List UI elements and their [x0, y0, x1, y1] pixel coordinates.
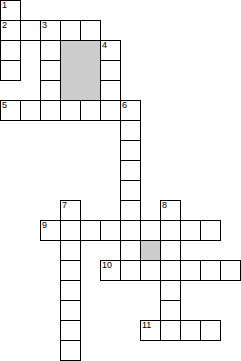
grid-cell[interactable]: [100, 100, 121, 121]
grid-cell[interactable]: [40, 80, 61, 101]
grid-cell[interactable]: [160, 300, 181, 321]
grid-cell[interactable]: [60, 340, 81, 361]
grid-cell[interactable]: [120, 100, 141, 121]
grid-cell[interactable]: [180, 220, 201, 241]
grid-cell[interactable]: [80, 100, 101, 121]
grid-cell[interactable]: [80, 20, 101, 41]
grid-cell[interactable]: [160, 280, 181, 301]
grid-cell[interactable]: [0, 100, 21, 121]
grid-cell[interactable]: [100, 260, 121, 281]
grid-cell[interactable]: [60, 20, 81, 41]
grid-cell[interactable]: [100, 60, 121, 81]
grid-cell[interactable]: [60, 320, 81, 341]
grid-cell[interactable]: [20, 20, 41, 41]
grid-cell[interactable]: [200, 320, 221, 341]
grid-cell[interactable]: [120, 260, 141, 281]
grid-cell[interactable]: [120, 140, 141, 161]
grid-cell[interactable]: [40, 100, 61, 121]
grid-cell[interactable]: [200, 260, 221, 281]
grid-cell[interactable]: [120, 160, 141, 181]
grid-cell[interactable]: [120, 120, 141, 141]
grid-cell[interactable]: [40, 60, 61, 81]
grid-cell[interactable]: [60, 260, 81, 281]
crossword-puzzle-page: 1234567891011: [0, 0, 241, 361]
grid-cell[interactable]: [180, 260, 201, 281]
grid-cell[interactable]: [100, 80, 121, 101]
grid-cell[interactable]: [60, 100, 81, 121]
grid-cell[interactable]: [120, 220, 141, 241]
blocked-region: [140, 240, 161, 261]
grid-cell[interactable]: [140, 220, 161, 241]
crossword-board: 1234567891011: [0, 0, 241, 361]
grid-cell[interactable]: [40, 40, 61, 61]
grid-cell[interactable]: [60, 220, 81, 241]
grid-cell[interactable]: [20, 100, 41, 121]
grid-cell[interactable]: [140, 320, 161, 341]
grid-cell[interactable]: [60, 240, 81, 261]
grid-cell[interactable]: [120, 240, 141, 261]
grid-cell[interactable]: [40, 220, 61, 241]
grid-cell[interactable]: [40, 20, 61, 41]
grid-cell[interactable]: [160, 220, 181, 241]
grid-cell[interactable]: [100, 220, 121, 241]
grid-cell[interactable]: [60, 280, 81, 301]
grid-cell[interactable]: [60, 300, 81, 321]
grid-cell[interactable]: [60, 200, 81, 221]
grid-cell[interactable]: [160, 240, 181, 261]
grid-cell[interactable]: [220, 260, 241, 281]
grid-cell[interactable]: [80, 220, 101, 241]
grid-cell[interactable]: [0, 60, 21, 81]
grid-cell[interactable]: [200, 220, 221, 241]
grid-cell[interactable]: [160, 200, 181, 221]
grid-cell[interactable]: [0, 20, 21, 41]
grid-cell[interactable]: [120, 200, 141, 221]
grid-cell[interactable]: [180, 320, 201, 341]
grid-cell[interactable]: [0, 0, 21, 21]
grid-cell[interactable]: [100, 40, 121, 61]
grid-cell[interactable]: [120, 180, 141, 201]
grid-cell[interactable]: [160, 320, 181, 341]
grid-cell[interactable]: [140, 260, 161, 281]
grid-cell[interactable]: [160, 260, 181, 281]
grid-cell[interactable]: [0, 40, 21, 61]
blocked-region: [60, 40, 101, 101]
